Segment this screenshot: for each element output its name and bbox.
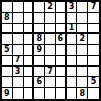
sudoku-cell-r9c9[interactable] [88, 88, 99, 99]
sudoku-cell-r3c2[interactable] [13, 24, 24, 35]
sudoku-cell-r7c7[interactable] [67, 67, 78, 78]
sudoku-cell-r4c3[interactable] [24, 34, 35, 45]
sudoku-cell-r4c1[interactable] [2, 34, 13, 45]
sudoku-cell-r2c1: 8 [2, 13, 13, 24]
sudoku-cell-r2c6[interactable] [56, 13, 67, 24]
sudoku-cell-r1c3[interactable] [24, 2, 35, 13]
sudoku-cell-r7c2: 3 [13, 67, 24, 78]
sudoku-cell-r8c2[interactable] [13, 77, 24, 88]
sudoku-cell-r9c1: 9 [2, 88, 13, 99]
sudoku-cell-r4c8: 2 [77, 34, 88, 45]
sudoku-cell-r8c1[interactable] [2, 77, 13, 88]
sudoku-cell-r6c9[interactable] [88, 56, 99, 67]
sudoku-cell-r3c9[interactable] [88, 24, 99, 35]
sudoku-cell-r7c5: 7 [45, 67, 56, 78]
sudoku-cell-r5c3[interactable] [24, 45, 35, 56]
sudoku-cell-r9c3[interactable] [24, 88, 35, 99]
sudoku-cell-r6c1[interactable] [2, 56, 13, 67]
sudoku-cell-r6c8[interactable] [77, 56, 88, 67]
sudoku-cell-r6c6[interactable] [56, 56, 67, 67]
sudoku-cell-r2c3[interactable] [24, 13, 35, 24]
sudoku-cell-r3c8[interactable] [77, 24, 88, 35]
sudoku-cell-r7c3[interactable] [24, 67, 35, 78]
sudoku-stage: 23781862597376598 [0, 0, 101, 101]
sudoku-cell-r7c8[interactable] [77, 67, 88, 78]
sudoku-cell-r3c5[interactable] [45, 24, 56, 35]
sudoku-cell-r6c3[interactable] [24, 56, 35, 67]
sudoku-cell-r8c5[interactable] [45, 77, 56, 88]
sudoku-cell-r2c5[interactable] [45, 13, 56, 24]
sudoku-cell-r7c4[interactable] [34, 67, 45, 78]
sudoku-cell-r4c7[interactable] [67, 34, 78, 45]
sudoku-cell-r8c7[interactable] [67, 77, 78, 88]
sudoku-cell-r2c8[interactable] [77, 13, 88, 24]
sudoku-cell-r7c9[interactable] [88, 67, 99, 78]
sudoku-cell-r5c8[interactable] [77, 45, 88, 56]
sudoku-board: 23781862597376598 [0, 0, 101, 101]
sudoku-cell-r1c4[interactable] [34, 2, 45, 13]
sudoku-cell-r1c6[interactable] [56, 2, 67, 13]
sudoku-cell-r4c5[interactable] [45, 34, 56, 45]
sudoku-cell-r5c2[interactable] [13, 45, 24, 56]
sudoku-cell-r2c9[interactable] [88, 13, 99, 24]
sudoku-cell-r9c7[interactable] [67, 88, 78, 99]
sudoku-cell-r1c2[interactable] [13, 2, 24, 13]
sudoku-cell-r9c2[interactable] [13, 88, 24, 99]
sudoku-cell-r1c1[interactable] [2, 2, 13, 13]
sudoku-cell-r5c5[interactable] [45, 45, 56, 56]
sudoku-cell-r6c5[interactable] [45, 56, 56, 67]
sudoku-cell-r7c1[interactable] [2, 67, 13, 78]
sudoku-cell-r1c8[interactable] [77, 2, 88, 13]
sudoku-cell-r5c6[interactable] [56, 45, 67, 56]
sudoku-cell-r4c4: 8 [34, 34, 45, 45]
sudoku-cell-r6c7[interactable] [67, 56, 78, 67]
sudoku-cell-r5c4: 9 [34, 45, 45, 56]
sudoku-cell-r5c9[interactable] [88, 45, 99, 56]
sudoku-cell-r8c8[interactable] [77, 77, 88, 88]
sudoku-cell-r4c9[interactable] [88, 34, 99, 45]
sudoku-cell-r2c2[interactable] [13, 13, 24, 24]
sudoku-cell-r8c9: 5 [88, 77, 99, 88]
sudoku-cell-r2c4[interactable] [34, 13, 45, 24]
sudoku-cell-r4c6: 6 [56, 34, 67, 45]
sudoku-cell-r5c7[interactable] [67, 45, 78, 56]
sudoku-cell-r9c5[interactable] [45, 88, 56, 99]
sudoku-cell-r3c4[interactable] [34, 24, 45, 35]
sudoku-cell-r1c7: 3 [67, 2, 78, 13]
sudoku-cell-r3c3[interactable] [24, 24, 35, 35]
sudoku-cell-r5c1: 5 [2, 45, 13, 56]
sudoku-cell-r9c4[interactable] [34, 88, 45, 99]
sudoku-cell-r3c7: 1 [67, 24, 78, 35]
sudoku-cell-r8c3[interactable] [24, 77, 35, 88]
sudoku-cell-r3c6[interactable] [56, 24, 67, 35]
sudoku-cell-r1c9: 7 [88, 2, 99, 13]
sudoku-cell-r1c5: 2 [45, 2, 56, 13]
sudoku-cell-r9c8: 8 [77, 88, 88, 99]
sudoku-cell-r6c2: 7 [13, 56, 24, 67]
sudoku-cell-r6c4[interactable] [34, 56, 45, 67]
sudoku-cell-r9c6[interactable] [56, 88, 67, 99]
sudoku-cell-r7c6[interactable] [56, 67, 67, 78]
sudoku-cell-r2c7[interactable] [67, 13, 78, 24]
sudoku-cell-r4c2[interactable] [13, 34, 24, 45]
sudoku-cell-r8c6[interactable] [56, 77, 67, 88]
sudoku-cell-r3c1[interactable] [2, 24, 13, 35]
sudoku-cell-r8c4: 6 [34, 77, 45, 88]
